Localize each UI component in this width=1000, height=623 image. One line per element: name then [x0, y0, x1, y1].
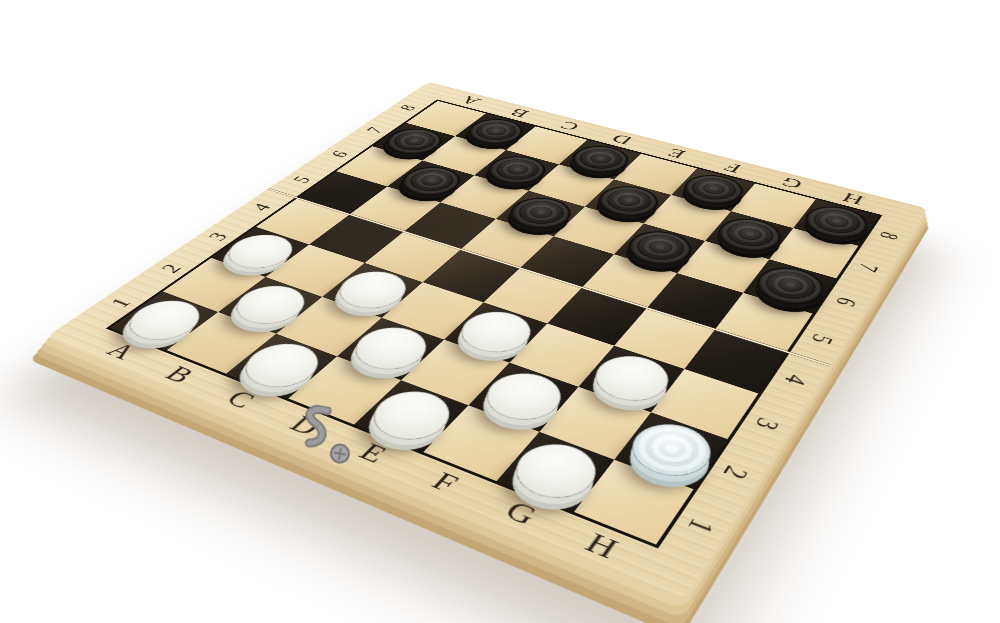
board-grid: [110, 101, 878, 545]
metal-clasp-icon: [287, 402, 377, 481]
checkers-board: ABCDEFGH ABCDEFGH 87654321 87654321: [46, 82, 928, 601]
